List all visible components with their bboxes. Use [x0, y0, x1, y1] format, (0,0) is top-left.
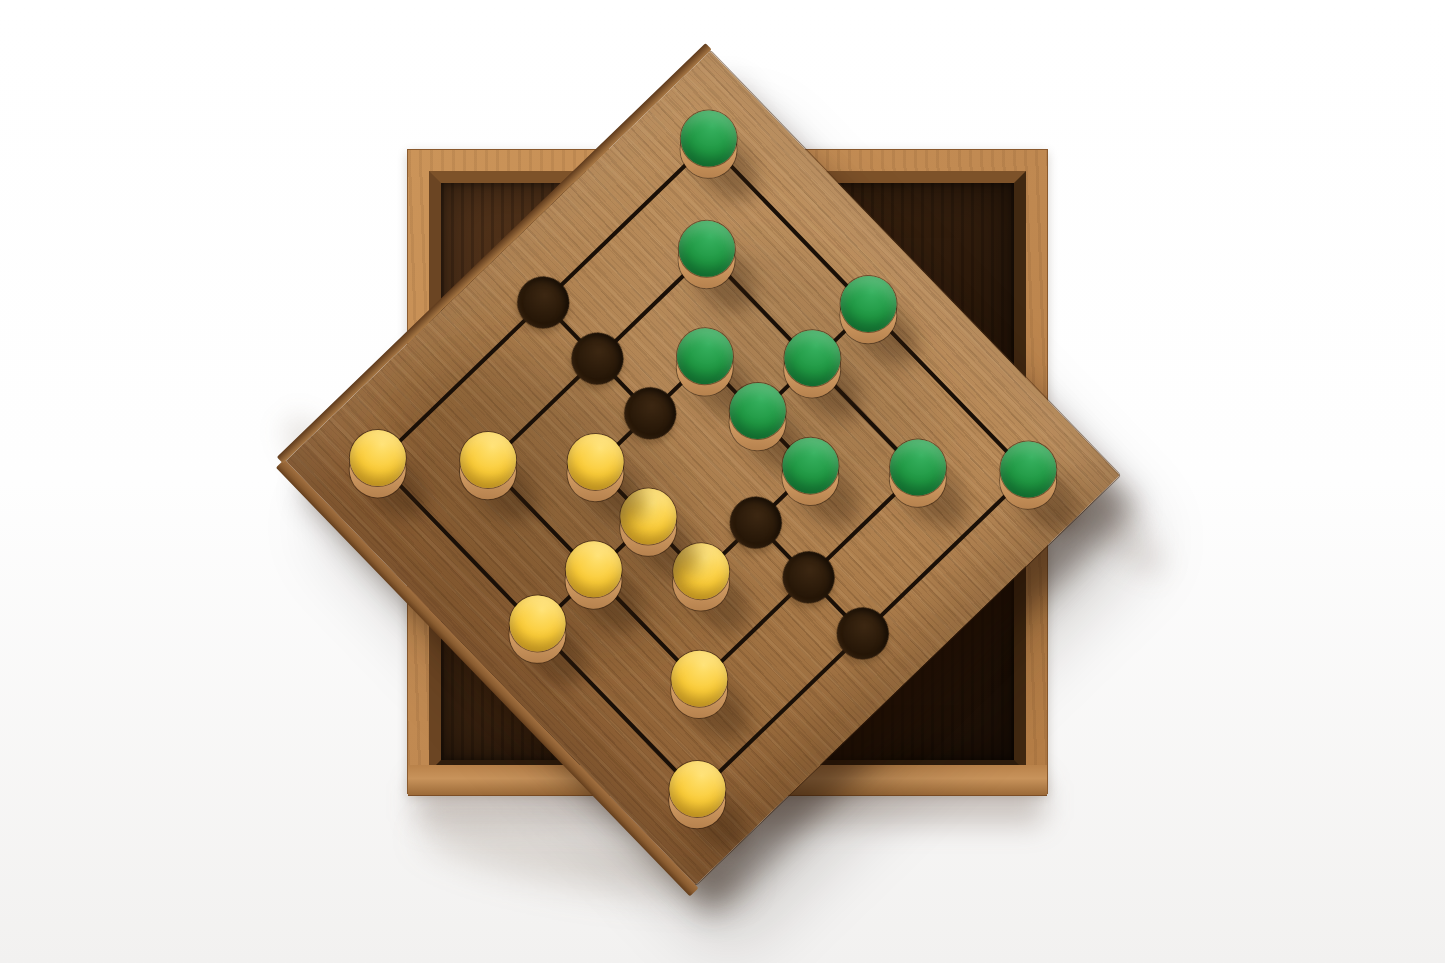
scene — [0, 0, 1445, 963]
